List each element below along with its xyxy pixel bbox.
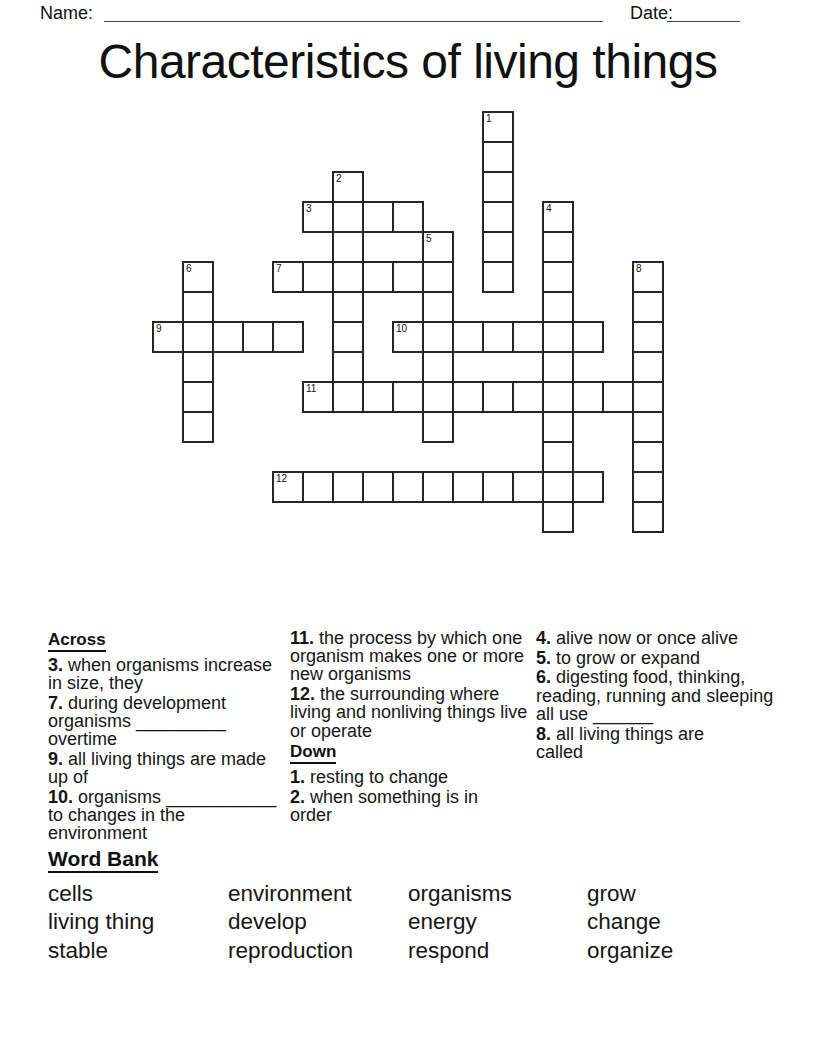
- word-bank-item: environment: [228, 880, 408, 908]
- cell-r12-c8[interactable]: [392, 471, 424, 503]
- cell-r9-c1[interactable]: [182, 381, 214, 413]
- cell-number-12: 12: [276, 473, 287, 484]
- clue-text: resting to change: [310, 767, 448, 787]
- cell-r12-c14[interactable]: [572, 471, 604, 503]
- cell-r7-c14[interactable]: [572, 321, 604, 353]
- cell-r7-c2[interactable]: [212, 321, 244, 353]
- cell-r6-c1[interactable]: [182, 291, 214, 323]
- clue-text: when something is in order: [290, 787, 478, 825]
- clues-column-2: 11.the process by which one organism mak…: [290, 629, 528, 826]
- clue-number: 10.: [48, 787, 73, 807]
- clue-text: when organisms increase in size, they: [48, 655, 272, 693]
- clue-text: all living things are made up of: [48, 749, 266, 787]
- clue-number: 8.: [536, 724, 551, 744]
- cell-r4-c11[interactable]: [482, 231, 514, 263]
- cell-number-11: 11: [306, 383, 316, 394]
- cell-r7-c8[interactable]: 10: [392, 321, 424, 353]
- cell-r12-c16[interactable]: [632, 471, 664, 503]
- word-bank-item: develop: [228, 908, 408, 936]
- cell-r7-c3[interactable]: [242, 321, 274, 353]
- clue-number: 3.: [48, 655, 63, 675]
- word-bank-item: organisms: [408, 880, 587, 908]
- cell-r3-c11[interactable]: [482, 201, 514, 233]
- cell-r5-c7[interactable]: [362, 261, 394, 293]
- cell-r5-c9[interactable]: [422, 261, 454, 293]
- cell-r10-c13[interactable]: [542, 411, 574, 443]
- cell-r10-c9[interactable]: [422, 411, 454, 443]
- clue-number: 9.: [48, 749, 63, 769]
- cell-r3-c8[interactable]: [392, 201, 424, 233]
- page-title: Characteristics of living things: [0, 34, 816, 90]
- cell-r12-c6[interactable]: [332, 471, 364, 503]
- cell-number-5: 5: [426, 233, 432, 244]
- clue-down-1: 1.resting to change: [290, 768, 528, 786]
- cell-r9-c14[interactable]: [572, 381, 604, 413]
- cell-number-7: 7: [276, 263, 282, 274]
- cell-number-3: 3: [306, 203, 312, 214]
- clue-number: 4.: [536, 628, 551, 648]
- cell-r5-c5[interactable]: [302, 261, 334, 293]
- cell-r8-c6[interactable]: [332, 351, 364, 383]
- word-bank-item: reproduction: [228, 937, 408, 965]
- clue-across-9: 9.all living things are made up of: [48, 750, 288, 786]
- cell-r7-c10[interactable]: [452, 321, 484, 353]
- across-heading: Across: [48, 630, 106, 652]
- cell-r12-c5[interactable]: [302, 471, 334, 503]
- clue-text: all living things are called: [536, 724, 704, 762]
- cell-r3-c7[interactable]: [362, 201, 394, 233]
- word-bank-item: energy: [408, 908, 587, 936]
- cell-r5-c13[interactable]: [542, 261, 574, 293]
- cell-r12-c10[interactable]: [452, 471, 484, 503]
- cell-r6-c16[interactable]: [632, 291, 664, 323]
- cell-r8-c16[interactable]: [632, 351, 664, 383]
- clue-number: 1.: [290, 767, 305, 787]
- clue-down-6: 6.digesting food, thinking, reading, run…: [536, 668, 782, 723]
- clues-column-3: 4.alive now or once alive 5.to grow or e…: [536, 629, 782, 762]
- clue-down-4: 4.alive now or once alive: [536, 629, 782, 647]
- cell-r3-c5[interactable]: 3: [302, 201, 334, 233]
- clue-number: 11.: [290, 628, 314, 648]
- cell-r4-c13[interactable]: [542, 231, 574, 263]
- cell-r9-c13[interactable]: [542, 381, 574, 413]
- cell-r9-c10[interactable]: [452, 381, 484, 413]
- cell-r12-c12[interactable]: [512, 471, 544, 503]
- cell-r7-c4[interactable]: [272, 321, 304, 353]
- cell-r5-c11[interactable]: [482, 261, 514, 293]
- cell-r7-c1[interactable]: [182, 321, 214, 353]
- cell-number-10: 10: [396, 323, 407, 334]
- clue-number: 2.: [290, 787, 305, 807]
- clue-number: 6.: [536, 667, 551, 687]
- cell-r9-c16[interactable]: [632, 381, 664, 413]
- word-bank-item: respond: [408, 937, 587, 965]
- clue-across-7: 7.during development organisms _________…: [48, 694, 288, 749]
- cell-r3-c13[interactable]: 4: [542, 201, 574, 233]
- clue-across-12: 12.the surrounding where living and nonl…: [290, 685, 528, 740]
- word-bank-item: change: [587, 908, 772, 936]
- cell-number-8: 8: [636, 263, 642, 274]
- clue-across-3: 3.when organisms increase in size, they: [48, 656, 288, 692]
- cell-r9-c15[interactable]: [602, 381, 634, 413]
- cell-r13-c16[interactable]: [632, 501, 664, 533]
- word-bank-item: living thing: [48, 908, 228, 936]
- cell-r5-c8[interactable]: [392, 261, 424, 293]
- cell-number-6: 6: [186, 263, 192, 274]
- cell-r8-c13[interactable]: [542, 351, 574, 383]
- cell-r9-c5[interactable]: 11: [302, 381, 334, 413]
- clue-text: the process by which one organism makes …: [290, 628, 524, 684]
- cell-r13-c13[interactable]: [542, 501, 574, 533]
- cell-r12-c7[interactable]: [362, 471, 394, 503]
- clue-text: organisms ___________ to changes in the …: [48, 787, 276, 843]
- cell-r9-c7[interactable]: [362, 381, 394, 413]
- cell-r5-c1[interactable]: 6: [182, 261, 214, 293]
- cell-r11-c16[interactable]: [632, 441, 664, 473]
- cell-r10-c1[interactable]: [182, 411, 214, 443]
- cell-r9-c9[interactable]: [422, 381, 454, 413]
- cell-r11-c13[interactable]: [542, 441, 574, 473]
- clue-number: 12.: [290, 684, 315, 704]
- cell-r4-c9[interactable]: 5: [422, 231, 454, 263]
- cell-r0-c11[interactable]: 1: [482, 111, 514, 143]
- cell-r7-c9[interactable]: [422, 321, 454, 353]
- cell-r6-c13[interactable]: [542, 291, 574, 323]
- cell-r12-c13[interactable]: [542, 471, 574, 503]
- clue-text: during development organisms _________ o…: [48, 693, 226, 749]
- cell-r6-c6[interactable]: [332, 291, 364, 323]
- cell-number-9: 9: [156, 323, 162, 334]
- clue-down-5: 5.to grow or expand: [536, 649, 782, 667]
- word-bank-section: Word Bank cells environment organisms gr…: [48, 847, 772, 965]
- cell-r12-c4[interactable]: 12: [272, 471, 304, 503]
- clue-across-10: 10.organisms ___________ to changes in t…: [48, 788, 288, 843]
- word-bank-item: stable: [48, 937, 228, 965]
- cell-r2-c6[interactable]: 2: [332, 171, 364, 203]
- cell-r10-c16[interactable]: [632, 411, 664, 443]
- cell-r12-c11[interactable]: [482, 471, 514, 503]
- word-bank-item: organize: [587, 937, 772, 965]
- cell-r2-c11[interactable]: [482, 171, 514, 203]
- cell-r3-c6[interactable]: [332, 201, 364, 233]
- cell-r5-c6[interactable]: [332, 261, 364, 293]
- clue-down-2: 2.when something is in order: [290, 788, 528, 824]
- cell-r7-c0[interactable]: 9: [152, 321, 184, 353]
- cell-r7-c12[interactable]: [512, 321, 544, 353]
- cell-r12-c9[interactable]: [422, 471, 454, 503]
- cell-r5-c4[interactable]: 7: [272, 261, 304, 293]
- worksheet-page: Name: Date: Characteristics of living th…: [0, 0, 816, 1056]
- clue-down-8: 8.all living things are called: [536, 725, 782, 761]
- clue-text: digesting food, thinking, reading, runni…: [536, 667, 773, 723]
- date-blank-line[interactable]: [667, 0, 740, 22]
- cell-r7-c11[interactable]: [482, 321, 514, 353]
- cell-r5-c16[interactable]: 8: [632, 261, 664, 293]
- cell-number-2: 2: [336, 173, 342, 184]
- cell-r7-c13[interactable]: [542, 321, 574, 353]
- clue-text: to grow or expand: [556, 648, 700, 668]
- cell-r8-c1[interactable]: [182, 351, 214, 383]
- cell-r7-c6[interactable]: [332, 321, 364, 353]
- clue-text: alive now or once alive: [556, 628, 738, 648]
- cell-number-4: 4: [546, 203, 552, 214]
- clue-text: the surrounding where living and nonlivi…: [290, 684, 527, 740]
- cell-r4-c6[interactable]: [332, 231, 364, 263]
- cell-r9-c6[interactable]: [332, 381, 364, 413]
- name-label: Name:: [40, 3, 93, 24]
- word-bank-heading: Word Bank: [48, 847, 158, 873]
- cell-number-1: 1: [486, 113, 492, 124]
- cell-r7-c16[interactable]: [632, 321, 664, 353]
- name-blank-line[interactable]: [104, 0, 603, 22]
- clue-across-11: 11.the process by which one organism mak…: [290, 629, 528, 684]
- cell-r8-c9[interactable]: [422, 351, 454, 383]
- word-bank-item: cells: [48, 880, 228, 908]
- cell-r9-c8[interactable]: [392, 381, 424, 413]
- cell-r1-c11[interactable]: [482, 141, 514, 173]
- clues-column-1: Across 3.when organisms increase in size…: [48, 629, 288, 844]
- cell-r9-c11[interactable]: [482, 381, 514, 413]
- crossword-grid: 123456789101112: [152, 111, 666, 535]
- clue-number: 5.: [536, 648, 551, 668]
- clue-number: 7.: [48, 693, 63, 713]
- cell-r6-c9[interactable]: [422, 291, 454, 323]
- down-heading: Down: [290, 742, 336, 764]
- word-bank-item: grow: [587, 880, 772, 908]
- cell-r9-c12[interactable]: [512, 381, 544, 413]
- word-bank-grid: cells environment organisms grow living …: [48, 880, 772, 965]
